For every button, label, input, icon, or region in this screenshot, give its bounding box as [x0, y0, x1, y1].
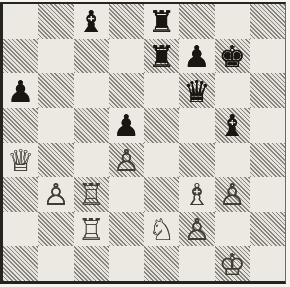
square-b6 — [38, 73, 73, 108]
black-bishop: ♝ — [219, 111, 246, 141]
square-a4: ♕ — [3, 143, 38, 178]
black-bishop: ♝ — [78, 7, 105, 37]
white-pawn: ♙ — [219, 180, 246, 210]
black-rook: ♜ — [148, 42, 175, 72]
square-c4 — [74, 143, 109, 178]
square-e2: ♘ — [144, 212, 179, 247]
square-h6 — [250, 73, 285, 108]
square-a8 — [3, 4, 38, 39]
square-f7: ♟ — [179, 39, 214, 74]
square-h3 — [250, 177, 285, 212]
square-h1 — [250, 246, 285, 281]
white-rook: ♖ — [78, 215, 105, 245]
square-c3: ♖ — [74, 177, 109, 212]
black-king: ♚ — [219, 42, 246, 72]
square-b8 — [38, 4, 73, 39]
square-c6 — [74, 73, 109, 108]
square-d3 — [109, 177, 144, 212]
black-rook: ♜ — [148, 7, 175, 37]
square-g6 — [215, 73, 250, 108]
square-a1 — [3, 246, 38, 281]
square-d5: ♟ — [109, 108, 144, 143]
square-g7: ♚ — [215, 39, 250, 74]
black-queen: ♛ — [183, 77, 210, 107]
square-b2 — [38, 212, 73, 247]
square-g4 — [215, 143, 250, 178]
square-b3: ♙ — [38, 177, 73, 212]
square-g2 — [215, 212, 250, 247]
scanned-diagram-page: ♝♜♜♟♚♟♛♟♝♕♙♙♖♗♙♖♘♙♔ — [0, 0, 290, 287]
white-pawn: ♙ — [42, 180, 69, 210]
white-pawn: ♙ — [183, 215, 210, 245]
square-f4 — [179, 143, 214, 178]
white-knight: ♘ — [148, 215, 175, 245]
black-pawn: ♟ — [183, 42, 210, 72]
square-g8 — [215, 4, 250, 39]
black-pawn: ♟ — [7, 77, 34, 107]
square-f2: ♙ — [179, 212, 214, 247]
square-d2 — [109, 212, 144, 247]
square-f8 — [179, 4, 214, 39]
square-d6 — [109, 73, 144, 108]
square-c2: ♖ — [74, 212, 109, 247]
square-f3: ♗ — [179, 177, 214, 212]
square-f6: ♛ — [179, 73, 214, 108]
square-e3 — [144, 177, 179, 212]
square-h4 — [250, 143, 285, 178]
white-bishop: ♗ — [183, 180, 210, 210]
square-g1: ♔ — [215, 246, 250, 281]
square-b5 — [38, 108, 73, 143]
square-c8: ♝ — [74, 4, 109, 39]
square-e8: ♜ — [144, 4, 179, 39]
square-a5 — [3, 108, 38, 143]
white-king: ♔ — [219, 250, 246, 280]
square-f1 — [179, 246, 214, 281]
square-e1 — [144, 246, 179, 281]
square-a2 — [3, 212, 38, 247]
square-b7 — [38, 39, 73, 74]
white-rook: ♖ — [78, 180, 105, 210]
square-g5: ♝ — [215, 108, 250, 143]
white-queen: ♕ — [7, 146, 34, 176]
square-c7 — [74, 39, 109, 74]
square-e4 — [144, 143, 179, 178]
square-e5 — [144, 108, 179, 143]
square-h7 — [250, 39, 285, 74]
square-b4 — [38, 143, 73, 178]
square-b1 — [38, 246, 73, 281]
square-h2 — [250, 212, 285, 247]
square-c1 — [74, 246, 109, 281]
square-d4: ♙ — [109, 143, 144, 178]
square-c5 — [74, 108, 109, 143]
square-h5 — [250, 108, 285, 143]
square-e7: ♜ — [144, 39, 179, 74]
white-pawn: ♙ — [113, 146, 140, 176]
square-a7 — [3, 39, 38, 74]
square-a3 — [3, 177, 38, 212]
square-g3: ♙ — [215, 177, 250, 212]
square-e6 — [144, 73, 179, 108]
square-a6: ♟ — [3, 73, 38, 108]
black-pawn: ♟ — [113, 111, 140, 141]
square-d7 — [109, 39, 144, 74]
square-f5 — [179, 108, 214, 143]
chess-board: ♝♜♜♟♚♟♛♟♝♕♙♙♖♗♙♖♘♙♔ — [0, 2, 286, 284]
square-d8 — [109, 4, 144, 39]
square-h8 — [250, 4, 285, 39]
square-d1 — [109, 246, 144, 281]
